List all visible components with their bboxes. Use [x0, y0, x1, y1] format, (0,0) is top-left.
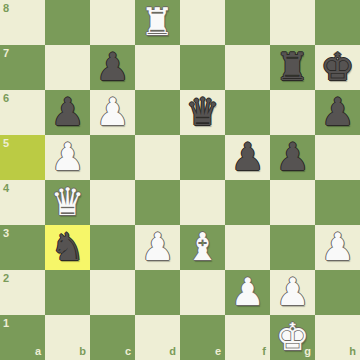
square-d5[interactable] — [135, 135, 180, 180]
white-pawn: ♟ — [270, 270, 315, 315]
black-queen: ♛ — [180, 90, 225, 135]
file-label-a: a — [35, 346, 41, 357]
square-g8[interactable] — [270, 0, 315, 45]
file-label-f: f — [262, 346, 266, 357]
square-c2[interactable] — [90, 270, 135, 315]
square-e2[interactable] — [180, 270, 225, 315]
file-label-e: e — [215, 346, 221, 357]
file-label-c: c — [125, 346, 131, 357]
black-knight: ♞ — [45, 225, 90, 270]
square-h6[interactable]: ♟ — [315, 90, 360, 135]
white-pawn: ♟ — [135, 225, 180, 270]
square-e5[interactable] — [180, 135, 225, 180]
rank-label-8: 8 — [3, 3, 9, 14]
file-label-d: d — [169, 346, 176, 357]
white-queen: ♛ — [45, 180, 90, 225]
square-c7[interactable]: ♟ — [90, 45, 135, 90]
square-d4[interactable] — [135, 180, 180, 225]
square-a3[interactable]: 3 — [0, 225, 45, 270]
rank-label-5: 5 — [3, 138, 9, 149]
square-b8[interactable] — [45, 0, 90, 45]
square-g6[interactable] — [270, 90, 315, 135]
square-b5[interactable]: ♟ — [45, 135, 90, 180]
square-a5[interactable]: 5 — [0, 135, 45, 180]
square-e4[interactable] — [180, 180, 225, 225]
square-h8[interactable] — [315, 0, 360, 45]
black-pawn: ♟ — [315, 90, 360, 135]
white-pawn: ♟ — [315, 225, 360, 270]
square-d6[interactable] — [135, 90, 180, 135]
square-a6[interactable]: 6 — [0, 90, 45, 135]
square-c6[interactable]: ♟ — [90, 90, 135, 135]
square-b1[interactable]: b — [45, 315, 90, 360]
square-f7[interactable] — [225, 45, 270, 90]
square-d1[interactable]: d — [135, 315, 180, 360]
square-g4[interactable] — [270, 180, 315, 225]
square-b6[interactable]: ♟ — [45, 90, 90, 135]
square-a2[interactable]: 2 — [0, 270, 45, 315]
white-pawn: ♟ — [90, 90, 135, 135]
black-king: ♚ — [315, 45, 360, 90]
square-h3[interactable]: ♟ — [315, 225, 360, 270]
square-e6[interactable]: ♛ — [180, 90, 225, 135]
square-b3[interactable]: ♞ — [45, 225, 90, 270]
rank-label-1: 1 — [3, 318, 9, 329]
square-c1[interactable]: c — [90, 315, 135, 360]
square-a1[interactable]: 1a — [0, 315, 45, 360]
square-d3[interactable]: ♟ — [135, 225, 180, 270]
square-e7[interactable] — [180, 45, 225, 90]
black-pawn: ♟ — [225, 135, 270, 180]
white-pawn: ♟ — [45, 135, 90, 180]
square-f4[interactable] — [225, 180, 270, 225]
square-c3[interactable] — [90, 225, 135, 270]
square-a4[interactable]: 4 — [0, 180, 45, 225]
square-a8[interactable]: 8 — [0, 0, 45, 45]
square-g3[interactable] — [270, 225, 315, 270]
rank-label-6: 6 — [3, 93, 9, 104]
square-h2[interactable] — [315, 270, 360, 315]
square-f8[interactable] — [225, 0, 270, 45]
white-bishop: ♝ — [180, 225, 225, 270]
square-g5[interactable]: ♟ — [270, 135, 315, 180]
square-a7[interactable]: 7 — [0, 45, 45, 90]
white-pawn: ♟ — [225, 270, 270, 315]
square-h5[interactable] — [315, 135, 360, 180]
rank-label-2: 2 — [3, 273, 9, 284]
black-rook: ♜ — [270, 45, 315, 90]
black-pawn: ♟ — [270, 135, 315, 180]
square-d8[interactable]: ♜ — [135, 0, 180, 45]
chess-board: 8♜7♟♜♚6♟♟♛♟5♟♟♟4♛3♞♟♝♟2♟♟1abcdefg♚h — [0, 0, 360, 360]
black-pawn: ♟ — [45, 90, 90, 135]
square-h4[interactable] — [315, 180, 360, 225]
square-h1[interactable]: h — [315, 315, 360, 360]
square-f1[interactable]: f — [225, 315, 270, 360]
square-e8[interactable] — [180, 0, 225, 45]
square-d7[interactable] — [135, 45, 180, 90]
square-f6[interactable] — [225, 90, 270, 135]
square-e3[interactable]: ♝ — [180, 225, 225, 270]
black-pawn: ♟ — [90, 45, 135, 90]
square-g1[interactable]: g♚ — [270, 315, 315, 360]
square-c4[interactable] — [90, 180, 135, 225]
square-b4[interactable]: ♛ — [45, 180, 90, 225]
square-f5[interactable]: ♟ — [225, 135, 270, 180]
square-c5[interactable] — [90, 135, 135, 180]
square-b2[interactable] — [45, 270, 90, 315]
square-e1[interactable]: e — [180, 315, 225, 360]
square-d2[interactable] — [135, 270, 180, 315]
file-label-b: b — [79, 346, 86, 357]
file-label-h: h — [349, 346, 356, 357]
square-g7[interactable]: ♜ — [270, 45, 315, 90]
square-h7[interactable]: ♚ — [315, 45, 360, 90]
white-king: ♚ — [270, 315, 315, 360]
square-f3[interactable] — [225, 225, 270, 270]
square-f2[interactable]: ♟ — [225, 270, 270, 315]
square-c8[interactable] — [90, 0, 135, 45]
square-g2[interactable]: ♟ — [270, 270, 315, 315]
rank-label-4: 4 — [3, 183, 9, 194]
white-rook: ♜ — [135, 0, 180, 45]
rank-label-7: 7 — [3, 48, 9, 59]
rank-label-3: 3 — [3, 228, 9, 239]
square-b7[interactable] — [45, 45, 90, 90]
